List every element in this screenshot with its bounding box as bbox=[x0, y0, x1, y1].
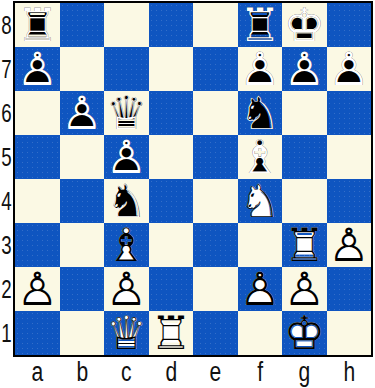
square-b6[interactable]: ♟♙ bbox=[60, 91, 105, 135]
square-a4[interactable] bbox=[15, 179, 60, 223]
piece-fill: ♜ bbox=[238, 3, 283, 47]
black-pawn-b6[interactable]: ♟♙ bbox=[60, 91, 105, 135]
square-c7[interactable] bbox=[104, 47, 149, 91]
black-bishop-f5[interactable]: ♝♗ bbox=[238, 135, 283, 179]
square-f8[interactable]: ♜♖ bbox=[238, 3, 283, 47]
file-label-h: h bbox=[331, 357, 366, 388]
piece-outline: ♕ bbox=[104, 91, 149, 135]
square-b2[interactable] bbox=[60, 267, 105, 311]
file-label-c: c bbox=[109, 357, 144, 388]
piece-outline: ♕ bbox=[104, 311, 149, 355]
piece-fill: ♚ bbox=[282, 311, 327, 355]
square-h4[interactable] bbox=[327, 179, 372, 223]
square-g3[interactable]: ♜♖ bbox=[282, 223, 327, 267]
file-label-b: b bbox=[64, 357, 99, 388]
square-g6[interactable] bbox=[282, 91, 327, 135]
square-g5[interactable] bbox=[282, 135, 327, 179]
square-f6[interactable]: ♞♘ bbox=[238, 91, 283, 135]
square-b3[interactable] bbox=[60, 223, 105, 267]
piece-outline: ♘ bbox=[238, 179, 283, 223]
square-f3[interactable] bbox=[238, 223, 283, 267]
rank-label-7: 7 bbox=[2, 47, 11, 91]
piece-fill: ♝ bbox=[238, 135, 283, 179]
square-g8[interactable]: ♚♔ bbox=[282, 3, 327, 47]
square-f2[interactable]: ♟♙ bbox=[238, 267, 283, 311]
file-label-g: g bbox=[287, 357, 322, 388]
square-c5[interactable]: ♟♙ bbox=[104, 135, 149, 179]
piece-outline: ♔ bbox=[282, 3, 327, 47]
square-d5[interactable] bbox=[149, 135, 194, 179]
white-pawn-f2[interactable]: ♟♙ bbox=[238, 267, 283, 311]
white-rook-g3[interactable]: ♜♖ bbox=[282, 223, 327, 267]
black-rook-a8[interactable]: ♜♖ bbox=[15, 3, 60, 47]
square-c4[interactable]: ♞♘ bbox=[104, 179, 149, 223]
square-f5[interactable]: ♝♗ bbox=[238, 135, 283, 179]
piece-outline: ♗ bbox=[238, 135, 283, 179]
square-d3[interactable] bbox=[149, 223, 194, 267]
piece-outline: ♗ bbox=[104, 223, 149, 267]
piece-outline: ♙ bbox=[60, 91, 105, 135]
rank-label-6: 6 bbox=[2, 91, 11, 135]
piece-outline: ♙ bbox=[238, 47, 283, 91]
piece-fill: ♜ bbox=[15, 3, 60, 47]
file-label-f: f bbox=[242, 357, 277, 388]
white-knight-f4[interactable]: ♞♘ bbox=[238, 179, 283, 223]
square-c6[interactable]: ♛♕ bbox=[104, 91, 149, 135]
rank-label-1: 1 bbox=[2, 311, 11, 355]
piece-fill: ♟ bbox=[327, 47, 372, 91]
piece-fill: ♟ bbox=[282, 47, 327, 91]
white-pawn-a2[interactable]: ♟♙ bbox=[15, 267, 60, 311]
square-e1[interactable] bbox=[193, 311, 238, 355]
square-h2[interactable] bbox=[327, 267, 372, 311]
piece-outline: ♔ bbox=[282, 311, 327, 355]
black-pawn-g7[interactable]: ♟♙ bbox=[282, 47, 327, 91]
black-knight-c4[interactable]: ♞♘ bbox=[104, 179, 149, 223]
square-e5[interactable] bbox=[193, 135, 238, 179]
square-d8[interactable] bbox=[149, 3, 194, 47]
piece-fill: ♟ bbox=[282, 267, 327, 311]
piece-outline: ♖ bbox=[15, 3, 60, 47]
square-d4[interactable] bbox=[149, 179, 194, 223]
piece-fill: ♟ bbox=[60, 91, 105, 135]
piece-outline: ♖ bbox=[149, 311, 194, 355]
piece-fill: ♞ bbox=[104, 179, 149, 223]
piece-outline: ♘ bbox=[104, 179, 149, 223]
piece-fill: ♞ bbox=[238, 179, 283, 223]
square-a7[interactable]: ♟♙ bbox=[15, 47, 60, 91]
square-e8[interactable] bbox=[193, 3, 238, 47]
piece-fill: ♟ bbox=[327, 223, 372, 267]
square-e6[interactable] bbox=[193, 91, 238, 135]
square-b8[interactable] bbox=[60, 3, 105, 47]
piece-fill: ♟ bbox=[104, 135, 149, 179]
square-b5[interactable] bbox=[60, 135, 105, 179]
square-b4[interactable] bbox=[60, 179, 105, 223]
square-h5[interactable] bbox=[327, 135, 372, 179]
piece-outline: ♙ bbox=[282, 47, 327, 91]
white-queen-c1[interactable]: ♛♕ bbox=[104, 311, 149, 355]
black-pawn-h7[interactable]: ♟♙ bbox=[327, 47, 372, 91]
square-e4[interactable] bbox=[193, 179, 238, 223]
square-g7[interactable]: ♟♙ bbox=[282, 47, 327, 91]
rank-label-8: 8 bbox=[2, 3, 11, 47]
square-d2[interactable] bbox=[149, 267, 194, 311]
rank-label-5: 5 bbox=[2, 135, 11, 179]
square-b7[interactable] bbox=[60, 47, 105, 91]
black-rook-f8[interactable]: ♜♖ bbox=[238, 3, 283, 47]
piece-outline: ♙ bbox=[282, 267, 327, 311]
square-a8[interactable]: ♜♖ bbox=[15, 3, 60, 47]
piece-fill: ♟ bbox=[15, 267, 60, 311]
square-g2[interactable]: ♟♙ bbox=[282, 267, 327, 311]
piece-fill: ♛ bbox=[104, 91, 149, 135]
square-d6[interactable] bbox=[149, 91, 194, 135]
square-h1[interactable] bbox=[327, 311, 372, 355]
piece-fill: ♞ bbox=[238, 91, 283, 135]
square-f7[interactable]: ♟♙ bbox=[238, 47, 283, 91]
square-g1[interactable]: ♚♔ bbox=[282, 311, 327, 355]
black-pawn-c5[interactable]: ♟♙ bbox=[104, 135, 149, 179]
piece-outline: ♙ bbox=[15, 267, 60, 311]
piece-outline: ♖ bbox=[238, 3, 283, 47]
square-a5[interactable] bbox=[15, 135, 60, 179]
square-g4[interactable] bbox=[282, 179, 327, 223]
file-label-d: d bbox=[153, 357, 188, 388]
square-a2[interactable]: ♟♙ bbox=[15, 267, 60, 311]
square-b1[interactable] bbox=[60, 311, 105, 355]
piece-outline: ♙ bbox=[15, 47, 60, 91]
chess-board: ♜♖♜♖♚♔♟♙♟♙♟♙♟♙♟♙♛♕♞♘♟♙♝♗♞♘♞♘♝♗♜♖♟♙♟♙♟♙♟♙… bbox=[13, 1, 373, 357]
piece-fill: ♟ bbox=[15, 47, 60, 91]
square-a6[interactable] bbox=[15, 91, 60, 135]
rank-labels: 87654321 bbox=[0, 3, 13, 355]
white-bishop-c3[interactable]: ♝♗ bbox=[104, 223, 149, 267]
piece-outline: ♖ bbox=[282, 223, 327, 267]
piece-outline: ♙ bbox=[327, 223, 372, 267]
square-c3[interactable]: ♝♗ bbox=[104, 223, 149, 267]
piece-outline: ♙ bbox=[327, 47, 372, 91]
square-c2[interactable]: ♟♙ bbox=[104, 267, 149, 311]
piece-outline: ♙ bbox=[238, 267, 283, 311]
piece-fill: ♟ bbox=[238, 267, 283, 311]
rank-label-4: 4 bbox=[2, 179, 11, 223]
rank-label-3: 3 bbox=[2, 223, 11, 267]
black-queen-c6[interactable]: ♛♕ bbox=[104, 91, 149, 135]
file-label-e: e bbox=[198, 357, 233, 388]
black-knight-f6[interactable]: ♞♘ bbox=[238, 91, 283, 135]
square-c8[interactable] bbox=[104, 3, 149, 47]
piece-fill: ♜ bbox=[282, 223, 327, 267]
piece-outline: ♙ bbox=[104, 267, 149, 311]
square-h6[interactable] bbox=[327, 91, 372, 135]
square-f1[interactable] bbox=[238, 311, 283, 355]
piece-outline: ♙ bbox=[104, 135, 149, 179]
white-king-g1[interactable]: ♚♔ bbox=[282, 311, 327, 355]
rank-label-2: 2 bbox=[2, 267, 11, 311]
piece-fill: ♚ bbox=[282, 3, 327, 47]
square-d7[interactable] bbox=[149, 47, 194, 91]
square-h7[interactable]: ♟♙ bbox=[327, 47, 372, 91]
square-a3[interactable] bbox=[15, 223, 60, 267]
piece-fill: ♛ bbox=[104, 311, 149, 355]
square-c1[interactable]: ♛♕ bbox=[104, 311, 149, 355]
square-h3[interactable]: ♟♙ bbox=[327, 223, 372, 267]
black-pawn-f7[interactable]: ♟♙ bbox=[238, 47, 283, 91]
white-pawn-g2[interactable]: ♟♙ bbox=[282, 267, 327, 311]
piece-fill: ♝ bbox=[104, 223, 149, 267]
piece-fill: ♜ bbox=[149, 311, 194, 355]
square-e3[interactable] bbox=[193, 223, 238, 267]
square-f4[interactable]: ♞♘ bbox=[238, 179, 283, 223]
square-h8[interactable] bbox=[327, 3, 372, 47]
square-a1[interactable] bbox=[15, 311, 60, 355]
white-rook-d1[interactable]: ♜♖ bbox=[149, 311, 194, 355]
piece-fill: ♟ bbox=[104, 267, 149, 311]
piece-fill: ♟ bbox=[238, 47, 283, 91]
square-e2[interactable] bbox=[193, 267, 238, 311]
chess-diagram: 87654321 ♜♖♜♖♚♔♟♙♟♙♟♙♟♙♟♙♛♕♞♘♟♙♝♗♞♘♞♘♝♗♜… bbox=[0, 0, 375, 388]
piece-outline: ♘ bbox=[238, 91, 283, 135]
black-king-g8[interactable]: ♚♔ bbox=[282, 3, 327, 47]
file-label-a: a bbox=[20, 357, 55, 388]
white-pawn-c2[interactable]: ♟♙ bbox=[104, 267, 149, 311]
black-pawn-a7[interactable]: ♟♙ bbox=[15, 47, 60, 91]
file-labels: abcdefgh bbox=[15, 357, 371, 388]
white-pawn-h3[interactable]: ♟♙ bbox=[327, 223, 372, 267]
square-e7[interactable] bbox=[193, 47, 238, 91]
square-d1[interactable]: ♜♖ bbox=[149, 311, 194, 355]
